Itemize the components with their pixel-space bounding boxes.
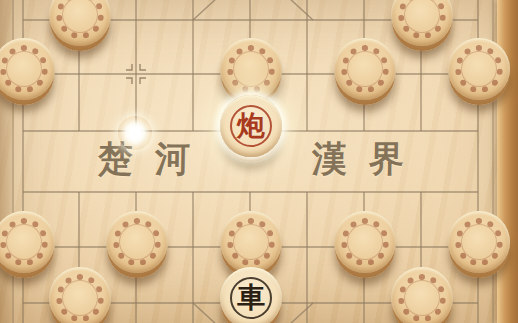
glow-orb-effect — [118, 116, 152, 150]
piece-face — [334, 38, 396, 100]
hidden-piece[interactable] — [334, 211, 396, 273]
hidden-piece[interactable] — [106, 211, 168, 273]
piece-face — [334, 211, 396, 273]
hidden-piece[interactable] — [220, 38, 282, 100]
hidden-piece[interactable] — [448, 211, 510, 273]
piece-inner-circle — [9, 227, 39, 257]
piece-inner-circle — [65, 0, 95, 30]
hidden-piece[interactable] — [49, 267, 111, 323]
hidden-piece[interactable] — [334, 38, 396, 100]
red-cannon-piece[interactable]: 炮 — [220, 95, 282, 157]
hidden-piece[interactable] — [448, 38, 510, 100]
piece-character: 車 — [220, 267, 282, 323]
piece-character: 炮 — [220, 95, 282, 157]
river-label-chu: 楚河 — [98, 139, 213, 180]
piece-inner-circle — [464, 54, 494, 84]
piece-inner-circle — [407, 0, 437, 30]
hidden-piece[interactable] — [49, 0, 111, 46]
piece-face — [49, 267, 111, 323]
piece-face — [220, 211, 282, 273]
piece-inner-circle — [236, 227, 266, 257]
piece-face — [391, 267, 453, 323]
piece-face: 車 — [220, 267, 282, 323]
piece-inner-circle — [350, 227, 380, 257]
piece-inner-circle — [236, 54, 266, 84]
hidden-piece[interactable] — [0, 211, 55, 273]
piece-inner-circle — [350, 54, 380, 84]
piece-face — [220, 38, 282, 100]
piece-inner-circle — [407, 283, 437, 313]
hidden-piece[interactable] — [220, 211, 282, 273]
xiangqi-board[interactable]: 楚河 漢界 炮車 — [0, 0, 518, 323]
hidden-piece[interactable] — [391, 267, 453, 323]
piece-inner-circle — [122, 227, 152, 257]
hidden-piece[interactable] — [0, 38, 55, 100]
river-label-han: 漢界 — [312, 139, 427, 180]
piece-face — [448, 211, 510, 273]
black-chariot-piece[interactable]: 車 — [220, 267, 282, 323]
piece-face — [448, 38, 510, 100]
hidden-piece[interactable] — [391, 0, 453, 46]
piece-inner-circle — [9, 54, 39, 84]
piece-face: 炮 — [220, 95, 282, 157]
piece-inner-circle — [464, 227, 494, 257]
piece-inner-circle — [65, 283, 95, 313]
piece-face — [106, 211, 168, 273]
